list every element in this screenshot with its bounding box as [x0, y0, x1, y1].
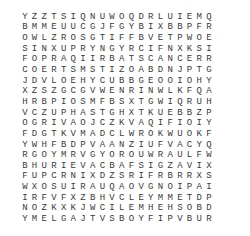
cell-r1c13[interactable]: D [136, 12, 146, 23]
cell-r7c17[interactable]: I [175, 76, 185, 87]
cell-r4c9[interactable]: N [98, 44, 108, 55]
cell-r20c5[interactable]: G [59, 214, 69, 225]
cell-r6c5[interactable]: T [59, 65, 69, 76]
cell-r8c7[interactable]: G [78, 86, 88, 97]
cell-r10c4[interactable]: U [49, 108, 59, 119]
cell-r9c8[interactable]: M [88, 97, 98, 108]
cell-r12c10[interactable]: C [107, 129, 117, 140]
cell-r14c12[interactable]: O [127, 150, 137, 161]
cell-r3c13[interactable]: B [136, 33, 146, 44]
cell-r9c7[interactable]: S [78, 97, 88, 108]
cell-r7c16[interactable]: O [165, 76, 175, 87]
cell-r17c5[interactable]: U [59, 182, 69, 193]
cell-r20c9[interactable]: V [98, 214, 108, 225]
cell-r4c17[interactable]: X [175, 44, 185, 55]
cell-r9c17[interactable]: Q [175, 97, 185, 108]
cell-r17c9[interactable]: U [98, 182, 108, 193]
cell-r19c18[interactable]: O [185, 204, 195, 215]
cell-r20c12[interactable]: O [127, 214, 137, 225]
cell-r13c7[interactable]: P [78, 140, 88, 151]
cell-r4c20[interactable]: I [204, 44, 214, 55]
cell-r12c4[interactable]: T [49, 129, 59, 140]
cell-r2c17[interactable]: B [175, 23, 185, 34]
cell-r2c3[interactable]: M [39, 23, 49, 34]
cell-r13c13[interactable]: I [136, 140, 146, 151]
cell-r5c1[interactable]: F [20, 55, 30, 66]
cell-r16c9[interactable]: D [98, 172, 108, 183]
cell-r16c11[interactable]: S [117, 172, 127, 183]
cell-r17c1[interactable]: W [20, 182, 30, 193]
cell-r10c10[interactable]: G [107, 108, 117, 119]
cell-r5c6[interactable]: Q [68, 55, 78, 66]
cell-r5c15[interactable]: A [156, 55, 166, 66]
cell-r5c7[interactable]: I [78, 55, 88, 66]
cell-r20c13[interactable]: Y [136, 214, 146, 225]
cell-r14c4[interactable]: Y [49, 150, 59, 161]
cell-r10c13[interactable]: T [136, 108, 146, 119]
cell-r18c14[interactable]: Y [146, 193, 156, 204]
cell-r15c11[interactable]: A [117, 161, 127, 172]
cell-r17c11[interactable]: A [117, 182, 127, 193]
cell-r17c16[interactable]: O [165, 182, 175, 193]
cell-r14c7[interactable]: V [78, 150, 88, 161]
cell-r15c14[interactable]: I [146, 161, 156, 172]
cell-r19c12[interactable]: E [127, 204, 137, 215]
cell-r7c11[interactable]: B [117, 76, 127, 87]
cell-r14c2[interactable]: G [30, 150, 40, 161]
cell-r20c17[interactable]: V [175, 214, 185, 225]
cell-r17c19[interactable]: A [194, 182, 204, 193]
cell-r11c2[interactable]: G [30, 118, 40, 129]
cell-r3c7[interactable]: S [78, 33, 88, 44]
cell-r18c15[interactable]: M [156, 193, 166, 204]
cell-r7c2[interactable]: D [30, 76, 40, 87]
cell-r10c2[interactable]: C [30, 108, 40, 119]
cell-r19c6[interactable]: K [68, 204, 78, 215]
cell-r19c5[interactable]: X [59, 204, 69, 215]
cell-r10c20[interactable]: P [204, 108, 214, 119]
cell-r5c4[interactable]: R [49, 55, 59, 66]
cell-r13c19[interactable]: Y [194, 140, 204, 151]
cell-r17c15[interactable]: N [156, 182, 166, 193]
cell-r8c12[interactable]: R [127, 86, 137, 97]
cell-r9c16[interactable]: I [165, 97, 175, 108]
cell-r12c15[interactable]: K [156, 129, 166, 140]
cell-r4c6[interactable]: P [68, 44, 78, 55]
cell-r7c14[interactable]: E [146, 76, 156, 87]
cell-r15c4[interactable]: R [49, 161, 59, 172]
cell-r2c1[interactable]: B [20, 23, 30, 34]
cell-r14c14[interactable]: W [146, 150, 156, 161]
cell-r10c11[interactable]: H [117, 108, 127, 119]
cell-r6c13[interactable]: A [136, 65, 146, 76]
cell-r1c6[interactable]: I [68, 12, 78, 23]
cell-r16c13[interactable]: I [136, 172, 146, 183]
cell-r20c14[interactable]: F [146, 214, 156, 225]
cell-r14c19[interactable]: F [194, 150, 204, 161]
cell-r10c1[interactable]: V [20, 108, 30, 119]
cell-r10c16[interactable]: E [165, 108, 175, 119]
cell-r1c4[interactable]: T [49, 12, 59, 23]
cell-r8c16[interactable]: L [165, 86, 175, 97]
cell-r7c9[interactable]: C [98, 76, 108, 87]
cell-r6c8[interactable]: S [88, 65, 98, 76]
cell-r15c12[interactable]: F [127, 161, 137, 172]
cell-r5c2[interactable]: O [30, 55, 40, 66]
cell-r18c1[interactable]: I [20, 193, 30, 204]
cell-r4c10[interactable]: G [107, 44, 117, 55]
cell-r20c18[interactable]: B [185, 214, 195, 225]
cell-r18c18[interactable]: T [185, 193, 195, 204]
cell-r8c20[interactable]: A [204, 86, 214, 97]
cell-r6c3[interactable]: E [39, 65, 49, 76]
cell-r18c8[interactable]: B [88, 193, 98, 204]
cell-r6c7[interactable]: M [78, 65, 88, 76]
cell-r12c11[interactable]: L [117, 129, 127, 140]
cell-r14c9[interactable]: Y [98, 150, 108, 161]
cell-r16c19[interactable]: X [194, 172, 204, 183]
cell-r6c15[interactable]: D [156, 65, 166, 76]
cell-r3c15[interactable]: E [156, 33, 166, 44]
cell-r4c13[interactable]: C [136, 44, 146, 55]
cell-r20c15[interactable]: I [156, 214, 166, 225]
cell-r11c4[interactable]: I [49, 118, 59, 129]
cell-r13c16[interactable]: V [165, 140, 175, 151]
cell-r10c5[interactable]: P [59, 108, 69, 119]
cell-r19c13[interactable]: M [136, 204, 146, 215]
cell-r17c18[interactable]: P [185, 182, 195, 193]
cell-r5c11[interactable]: A [117, 55, 127, 66]
cell-r18c6[interactable]: X [68, 193, 78, 204]
cell-r7c7[interactable]: H [78, 76, 88, 87]
cell-r5c9[interactable]: R [98, 55, 108, 66]
cell-r6c10[interactable]: I [107, 65, 117, 76]
cell-r14c6[interactable]: R [68, 150, 78, 161]
cell-r12c9[interactable]: D [98, 129, 108, 140]
cell-r11c6[interactable]: A [68, 118, 78, 129]
cell-r16c6[interactable]: N [68, 172, 78, 183]
cell-r1c3[interactable]: Z [39, 12, 49, 23]
cell-r12c2[interactable]: D [30, 129, 40, 140]
cell-r18c20[interactable]: P [204, 193, 214, 204]
cell-r13c3[interactable]: H [39, 140, 49, 151]
cell-r4c1[interactable]: S [20, 44, 30, 55]
cell-r3c19[interactable]: O [194, 33, 204, 44]
cell-r13c1[interactable]: Y [20, 140, 30, 151]
cell-r13c18[interactable]: C [185, 140, 195, 151]
cell-r1c5[interactable]: S [59, 12, 69, 23]
cell-r16c18[interactable]: R [185, 172, 195, 183]
cell-r20c19[interactable]: U [194, 214, 204, 225]
cell-r12c8[interactable]: A [88, 129, 98, 140]
cell-r13c11[interactable]: N [117, 140, 127, 151]
cell-r15c18[interactable]: V [185, 161, 195, 172]
cell-r13c15[interactable]: F [156, 140, 166, 151]
cell-r13c17[interactable]: A [175, 140, 185, 151]
cell-r2c7[interactable]: C [78, 23, 88, 34]
cell-r1c10[interactable]: W [107, 12, 117, 23]
cell-r7c10[interactable]: U [107, 76, 117, 87]
cell-r8c2[interactable]: Z [30, 86, 40, 97]
cell-r15c17[interactable]: A [175, 161, 185, 172]
cell-r18c9[interactable]: H [98, 193, 108, 204]
cell-r6c2[interactable]: O [30, 65, 40, 76]
cell-r1c18[interactable]: E [185, 12, 195, 23]
cell-r1c20[interactable]: Q [204, 12, 214, 23]
cell-r15c9[interactable]: C [98, 161, 108, 172]
cell-r4c3[interactable]: N [39, 44, 49, 55]
cell-r20c7[interactable]: J [78, 214, 88, 225]
cell-r18c12[interactable]: L [127, 193, 137, 204]
cell-r10c14[interactable]: K [146, 108, 156, 119]
cell-r4c5[interactable]: U [59, 44, 69, 55]
cell-r8c4[interactable]: Z [49, 86, 59, 97]
cell-r3c20[interactable]: E [204, 33, 214, 44]
cell-r13c4[interactable]: F [49, 140, 59, 151]
cell-r10c19[interactable]: Z [194, 108, 204, 119]
cell-r14c10[interactable]: O [107, 150, 117, 161]
cell-r11c10[interactable]: Z [107, 118, 117, 129]
cell-r4c19[interactable]: S [194, 44, 204, 55]
cell-r7c4[interactable]: L [49, 76, 59, 87]
cell-r2c9[interactable]: J [98, 23, 108, 34]
cell-r3c4[interactable]: Z [49, 33, 59, 44]
cell-r17c3[interactable]: O [39, 182, 49, 193]
cell-r8c9[interactable]: W [98, 86, 108, 97]
cell-r6c9[interactable]: T [98, 65, 108, 76]
cell-r14c11[interactable]: R [117, 150, 127, 161]
cell-r4c7[interactable]: R [78, 44, 88, 55]
cell-r2c10[interactable]: F [107, 23, 117, 34]
cell-r10c3[interactable]: Z [39, 108, 49, 119]
cell-r17c20[interactable]: I [204, 182, 214, 193]
cell-r10c15[interactable]: U [156, 108, 166, 119]
cell-r1c19[interactable]: M [194, 12, 204, 23]
cell-r18c11[interactable]: C [117, 193, 127, 204]
cell-r4c12[interactable]: R [127, 44, 137, 55]
cell-r20c1[interactable]: Y [20, 214, 30, 225]
cell-r18c5[interactable]: F [59, 193, 69, 204]
cell-r12c13[interactable]: R [136, 129, 146, 140]
cell-r8c13[interactable]: I [136, 86, 146, 97]
cell-r6c16[interactable]: N [165, 65, 175, 76]
cell-r15c5[interactable]: I [59, 161, 69, 172]
cell-r5c12[interactable]: T [127, 55, 137, 66]
cell-r5c17[interactable]: C [175, 55, 185, 66]
cell-r5c16[interactable]: N [165, 55, 175, 66]
cell-r2c14[interactable]: I [146, 23, 156, 34]
cell-r20c11[interactable]: B [117, 214, 127, 225]
cell-r12c1[interactable]: F [20, 129, 30, 140]
cell-r7c19[interactable]: H [194, 76, 204, 87]
cell-r8c18[interactable]: F [185, 86, 195, 97]
cell-r8c5[interactable]: G [59, 86, 69, 97]
cell-r19c9[interactable]: C [98, 204, 108, 215]
cell-r20c20[interactable]: R [204, 214, 214, 225]
cell-r11c7[interactable]: O [78, 118, 88, 129]
cell-r4c2[interactable]: I [30, 44, 40, 55]
cell-r9c1[interactable]: H [20, 97, 30, 108]
cell-r14c18[interactable]: L [185, 150, 195, 161]
cell-r11c18[interactable]: O [185, 118, 195, 129]
cell-r5c5[interactable]: A [59, 55, 69, 66]
cell-r17c17[interactable]: I [175, 182, 185, 193]
cell-r13c20[interactable]: Q [204, 140, 214, 151]
cell-r3c10[interactable]: I [107, 33, 117, 44]
cell-r2c6[interactable]: U [68, 23, 78, 34]
cell-r3c18[interactable]: W [185, 33, 195, 44]
cell-r6c17[interactable]: J [175, 65, 185, 76]
cell-r6c12[interactable]: O [127, 65, 137, 76]
cell-r17c6[interactable]: I [68, 182, 78, 193]
cell-r10c9[interactable]: T [98, 108, 108, 119]
cell-r3c8[interactable]: G [88, 33, 98, 44]
cell-r19c11[interactable]: L [117, 204, 127, 215]
cell-r9c11[interactable]: S [117, 97, 127, 108]
cell-r1c1[interactable]: Y [20, 12, 30, 23]
cell-r11c20[interactable]: Y [204, 118, 214, 129]
cell-r12c12[interactable]: W [127, 129, 137, 140]
cell-r4c14[interactable]: I [146, 44, 156, 55]
cell-r11c19[interactable]: I [194, 118, 204, 129]
cell-r9c3[interactable]: B [39, 97, 49, 108]
cell-r19c17[interactable]: S [175, 204, 185, 215]
cell-r6c18[interactable]: P [185, 65, 195, 76]
cell-r7c5[interactable]: O [59, 76, 69, 87]
cell-r13c8[interactable]: V [88, 140, 98, 151]
cell-r18c19[interactable]: D [194, 193, 204, 204]
cell-r14c13[interactable]: U [136, 150, 146, 161]
cell-r19c16[interactable]: H [165, 204, 175, 215]
cell-r6c19[interactable]: T [194, 65, 204, 76]
cell-r4c15[interactable]: F [156, 44, 166, 55]
cell-r12c18[interactable]: O [185, 129, 195, 140]
cell-r18c13[interactable]: E [136, 193, 146, 204]
cell-r7c6[interactable]: E [68, 76, 78, 87]
cell-r8c14[interactable]: N [146, 86, 156, 97]
cell-r12c16[interactable]: W [165, 129, 175, 140]
cell-r15c20[interactable]: X [204, 161, 214, 172]
cell-r20c16[interactable]: P [165, 214, 175, 225]
cell-r10c12[interactable]: X [127, 108, 137, 119]
cell-r19c7[interactable]: J [78, 204, 88, 215]
cell-r2c8[interactable]: G [88, 23, 98, 34]
cell-r2c13[interactable]: B [136, 23, 146, 34]
cell-r19c15[interactable]: E [156, 204, 166, 215]
cell-r11c1[interactable]: O [20, 118, 30, 129]
cell-r8c6[interactable]: C [68, 86, 78, 97]
cell-r16c2[interactable]: U [30, 172, 40, 183]
cell-r11c17[interactable]: I [175, 118, 185, 129]
cell-r16c8[interactable]: X [88, 172, 98, 183]
cell-r13c12[interactable]: Z [127, 140, 137, 151]
cell-r9c19[interactable]: U [194, 97, 204, 108]
cell-r3c2[interactable]: W [30, 33, 40, 44]
cell-r2c18[interactable]: P [185, 23, 195, 34]
cell-r11c9[interactable]: C [98, 118, 108, 129]
cell-r3c5[interactable]: R [59, 33, 69, 44]
cell-r17c2[interactable]: X [30, 182, 40, 193]
cell-r9c9[interactable]: F [98, 97, 108, 108]
cell-r20c3[interactable]: E [39, 214, 49, 225]
cell-r8c8[interactable]: V [88, 86, 98, 97]
cell-r5c3[interactable]: P [39, 55, 49, 66]
cell-r18c7[interactable]: Z [78, 193, 88, 204]
cell-r16c20[interactable]: S [204, 172, 214, 183]
cell-r11c15[interactable]: I [156, 118, 166, 129]
cell-r16c5[interactable]: R [59, 172, 69, 183]
cell-r1c17[interactable]: I [175, 12, 185, 23]
cell-r2c11[interactable]: G [117, 23, 127, 34]
cell-r3c17[interactable]: P [175, 33, 185, 44]
cell-r20c8[interactable]: T [88, 214, 98, 225]
cell-r5c13[interactable]: S [136, 55, 146, 66]
cell-r3c1[interactable]: O [20, 33, 30, 44]
cell-r4c4[interactable]: X [49, 44, 59, 55]
cell-r1c16[interactable]: U [165, 12, 175, 23]
cell-r11c11[interactable]: K [117, 118, 127, 129]
cell-r12c14[interactable]: O [146, 129, 156, 140]
cell-r16c7[interactable]: I [78, 172, 88, 183]
cell-r12c7[interactable]: M [78, 129, 88, 140]
cell-r1c15[interactable]: L [156, 12, 166, 23]
cell-r2c16[interactable]: B [165, 23, 175, 34]
cell-r8c3[interactable]: S [39, 86, 49, 97]
cell-r10c18[interactable]: B [185, 108, 195, 119]
cell-r9c13[interactable]: T [136, 97, 146, 108]
cell-r6c6[interactable]: S [68, 65, 78, 76]
cell-r3c12[interactable]: F [127, 33, 137, 44]
cell-r17c10[interactable]: Q [107, 182, 117, 193]
cell-r2c20[interactable]: R [204, 23, 214, 34]
cell-r2c4[interactable]: E [49, 23, 59, 34]
cell-r15c16[interactable]: Z [165, 161, 175, 172]
cell-r8c19[interactable]: Q [194, 86, 204, 97]
cell-r3c3[interactable]: L [39, 33, 49, 44]
cell-r12c20[interactable]: F [204, 129, 214, 140]
cell-r7c3[interactable]: V [39, 76, 49, 87]
cell-r2c19[interactable]: F [194, 23, 204, 34]
cell-r5c10[interactable]: B [107, 55, 117, 66]
cell-r15c1[interactable]: B [20, 161, 30, 172]
cell-r7c18[interactable]: O [185, 76, 195, 87]
cell-r10c17[interactable]: B [175, 108, 185, 119]
cell-r5c14[interactable]: C [146, 55, 156, 66]
cell-r11c12[interactable]: V [127, 118, 137, 129]
cell-r14c17[interactable]: U [175, 150, 185, 161]
cell-r2c12[interactable]: Y [127, 23, 137, 34]
cell-r7c8[interactable]: Y [88, 76, 98, 87]
cell-r13c5[interactable]: B [59, 140, 69, 151]
cell-r18c4[interactable]: V [49, 193, 59, 204]
cell-r15c13[interactable]: S [136, 161, 146, 172]
cell-r20c10[interactable]: S [107, 214, 117, 225]
cell-r20c4[interactable]: L [49, 214, 59, 225]
cell-r15c6[interactable]: E [68, 161, 78, 172]
cell-r1c2[interactable]: Z [30, 12, 40, 23]
cell-r12c19[interactable]: K [194, 129, 204, 140]
cell-r4c8[interactable]: Y [88, 44, 98, 55]
cell-r17c4[interactable]: S [49, 182, 59, 193]
cell-r15c3[interactable]: U [39, 161, 49, 172]
cell-r16c14[interactable]: F [146, 172, 156, 183]
cell-r11c3[interactable]: R [39, 118, 49, 129]
cell-r1c11[interactable]: O [117, 12, 127, 23]
cell-r16c15[interactable]: R [156, 172, 166, 183]
cell-r8c15[interactable]: W [156, 86, 166, 97]
cell-r1c12[interactable]: Q [127, 12, 137, 23]
cell-r16c3[interactable]: P [39, 172, 49, 183]
